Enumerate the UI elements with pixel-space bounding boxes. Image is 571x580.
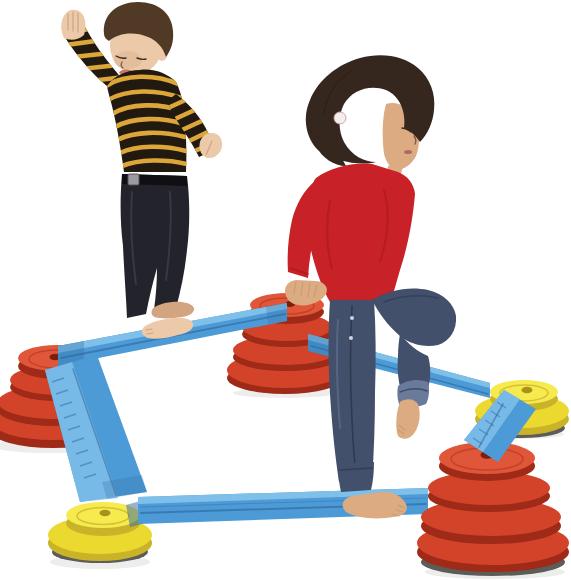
girl-jeans-rivet — [349, 336, 353, 340]
girl-hair-tie — [334, 112, 346, 124]
photo-canvas — [0, 0, 571, 580]
girl-jeans-rivet — [350, 316, 354, 320]
girl-right-leg — [329, 300, 376, 482]
boy-cheek-shade — [114, 51, 142, 69]
boy-belt-buckle — [128, 174, 139, 185]
girl-right-cuff — [338, 462, 374, 492]
balance-course-scene — [0, 0, 571, 580]
